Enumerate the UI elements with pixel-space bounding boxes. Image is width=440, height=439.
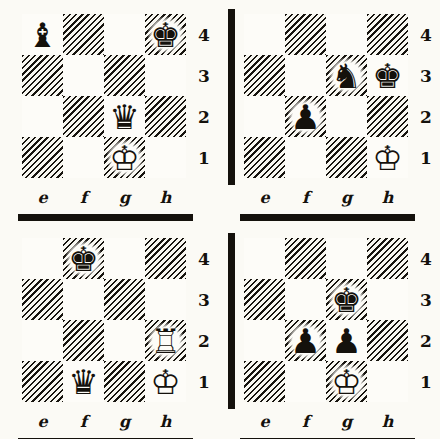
square-g4 — [326, 238, 367, 279]
file-labels: efgh — [22, 412, 186, 431]
chess-diagram-bottom-left: ♚♖♛♔ 4321 efgh — [22, 238, 228, 438]
rank-labels: 4321 — [198, 14, 224, 178]
board-grid: ♚♟♟♔ — [244, 238, 408, 402]
square-f4 — [285, 14, 326, 55]
white-rook-piece: ♖ — [147, 322, 185, 360]
rank-label-3: 3 — [198, 279, 224, 320]
square-g1: ♔ — [104, 137, 145, 178]
rank-label-4: 4 — [420, 14, 440, 55]
board-border-right — [228, 233, 235, 409]
square-g3: ♞ — [326, 55, 367, 96]
file-label-g: g — [326, 188, 367, 207]
rank-labels: 4321 — [198, 238, 224, 402]
black-knight-piece: ♞ — [328, 57, 366, 95]
square-g2 — [104, 320, 145, 361]
square-g2: ♛ — [104, 96, 145, 137]
rank-label-4: 4 — [198, 14, 224, 55]
square-f1 — [285, 137, 326, 178]
square-h2 — [145, 96, 186, 137]
file-label-e: e — [244, 412, 285, 431]
file-label-g: g — [326, 412, 367, 431]
rank-label-2: 2 — [420, 96, 440, 137]
rank-label-2: 2 — [198, 96, 224, 137]
square-f1 — [63, 137, 104, 178]
square-g4 — [326, 14, 367, 55]
square-h4 — [367, 238, 408, 279]
chess-diagram-top-right: ♞♚♟♔ 4321 efgh — [244, 14, 440, 214]
rank-label-4: 4 — [420, 238, 440, 279]
square-h1: ♔ — [367, 137, 408, 178]
black-pawn-piece: ♟ — [328, 322, 366, 360]
black-king-piece: ♚ — [328, 281, 366, 319]
square-e1 — [22, 361, 63, 402]
square-g1: ♔ — [326, 361, 367, 402]
square-g1 — [104, 361, 145, 402]
square-e3 — [244, 279, 285, 320]
square-f2 — [63, 320, 104, 361]
square-e4: ♝ — [22, 14, 63, 55]
black-king-piece: ♚ — [369, 57, 407, 95]
square-h3 — [145, 55, 186, 96]
file-label-h: h — [145, 188, 186, 207]
square-f3 — [63, 55, 104, 96]
file-label-e: e — [22, 188, 63, 207]
square-h4 — [367, 14, 408, 55]
white-king-piece: ♔ — [106, 139, 144, 177]
square-f4: ♚ — [63, 238, 104, 279]
rank-label-1: 1 — [420, 137, 440, 178]
rank-label-2: 2 — [198, 320, 224, 361]
square-e1 — [244, 361, 285, 402]
black-pawn-piece: ♟ — [287, 98, 325, 136]
file-label-f: f — [285, 188, 326, 207]
square-f2: ♟ — [285, 320, 326, 361]
square-h3 — [367, 279, 408, 320]
square-g2 — [326, 96, 367, 137]
square-e2 — [244, 96, 285, 137]
square-e4 — [244, 14, 285, 55]
square-h1: ♔ — [145, 361, 186, 402]
square-e3 — [22, 279, 63, 320]
square-h3 — [145, 279, 186, 320]
rank-label-1: 1 — [198, 361, 224, 402]
rank-label-1: 1 — [420, 361, 440, 402]
black-queen-piece: ♛ — [65, 363, 103, 401]
square-h3: ♚ — [367, 55, 408, 96]
file-labels: efgh — [244, 188, 408, 207]
square-h2 — [367, 96, 408, 137]
white-king-piece: ♔ — [147, 363, 185, 401]
square-f1: ♛ — [63, 361, 104, 402]
square-g3 — [104, 55, 145, 96]
board-grid: ♚♖♛♔ — [22, 238, 186, 402]
file-label-e: e — [244, 188, 285, 207]
black-king-piece: ♚ — [147, 16, 185, 54]
printed-page: { "game": "chess", "style": { "ink": "#1… — [0, 0, 440, 439]
chess-diagram-top-left: ♝♚♛♔ 4321 efgh — [22, 14, 228, 214]
square-e4 — [244, 238, 285, 279]
square-e2 — [22, 320, 63, 361]
rank-label-2: 2 — [420, 320, 440, 361]
square-g4 — [104, 14, 145, 55]
board-border-bottom — [240, 214, 415, 221]
board-grid: ♞♚♟♔ — [244, 14, 408, 178]
square-h4: ♚ — [145, 14, 186, 55]
square-g4 — [104, 238, 145, 279]
square-g2: ♟ — [326, 320, 367, 361]
black-king-piece: ♚ — [65, 240, 103, 278]
square-e3 — [22, 55, 63, 96]
square-e3 — [244, 55, 285, 96]
file-label-h: h — [367, 412, 408, 431]
square-g1 — [326, 137, 367, 178]
file-label-f: f — [285, 412, 326, 431]
board-border-bottom — [18, 214, 193, 221]
rank-label-3: 3 — [198, 55, 224, 96]
black-pawn-piece: ♟ — [287, 322, 325, 360]
file-label-e: e — [22, 412, 63, 431]
file-label-f: f — [63, 412, 104, 431]
square-e1 — [22, 137, 63, 178]
square-e1 — [244, 137, 285, 178]
file-label-h: h — [367, 188, 408, 207]
file-label-g: g — [104, 188, 145, 207]
square-e2 — [244, 320, 285, 361]
square-f3 — [285, 55, 326, 96]
rank-labels: 4321 — [420, 238, 440, 402]
square-f4 — [285, 238, 326, 279]
rank-label-3: 3 — [420, 279, 440, 320]
file-label-f: f — [63, 188, 104, 207]
black-queen-piece: ♛ — [106, 98, 144, 136]
file-label-h: h — [145, 412, 186, 431]
rank-label-3: 3 — [420, 55, 440, 96]
square-h4 — [145, 238, 186, 279]
square-h1 — [145, 137, 186, 178]
square-f3 — [285, 279, 326, 320]
file-labels: efgh — [22, 188, 186, 207]
board-border-right — [228, 9, 235, 185]
square-f3 — [63, 279, 104, 320]
square-f4 — [63, 14, 104, 55]
rank-label-4: 4 — [198, 238, 224, 279]
rank-labels: 4321 — [420, 14, 440, 178]
white-king-piece: ♔ — [328, 363, 366, 401]
chess-diagram-bottom-right: ♚♟♟♔ 4321 efgh — [244, 238, 440, 438]
square-h2: ♖ — [145, 320, 186, 361]
square-e4 — [22, 238, 63, 279]
square-e2 — [22, 96, 63, 137]
square-f2: ♟ — [285, 96, 326, 137]
square-h2 — [367, 320, 408, 361]
black-bishop-piece: ♝ — [24, 16, 62, 54]
square-g3 — [104, 279, 145, 320]
board-grid: ♝♚♛♔ — [22, 14, 186, 178]
file-label-g: g — [104, 412, 145, 431]
file-labels: efgh — [244, 412, 408, 431]
white-king-piece: ♔ — [369, 139, 407, 177]
square-h1 — [367, 361, 408, 402]
square-f1 — [285, 361, 326, 402]
rank-label-1: 1 — [198, 137, 224, 178]
square-g3: ♚ — [326, 279, 367, 320]
square-f2 — [63, 96, 104, 137]
